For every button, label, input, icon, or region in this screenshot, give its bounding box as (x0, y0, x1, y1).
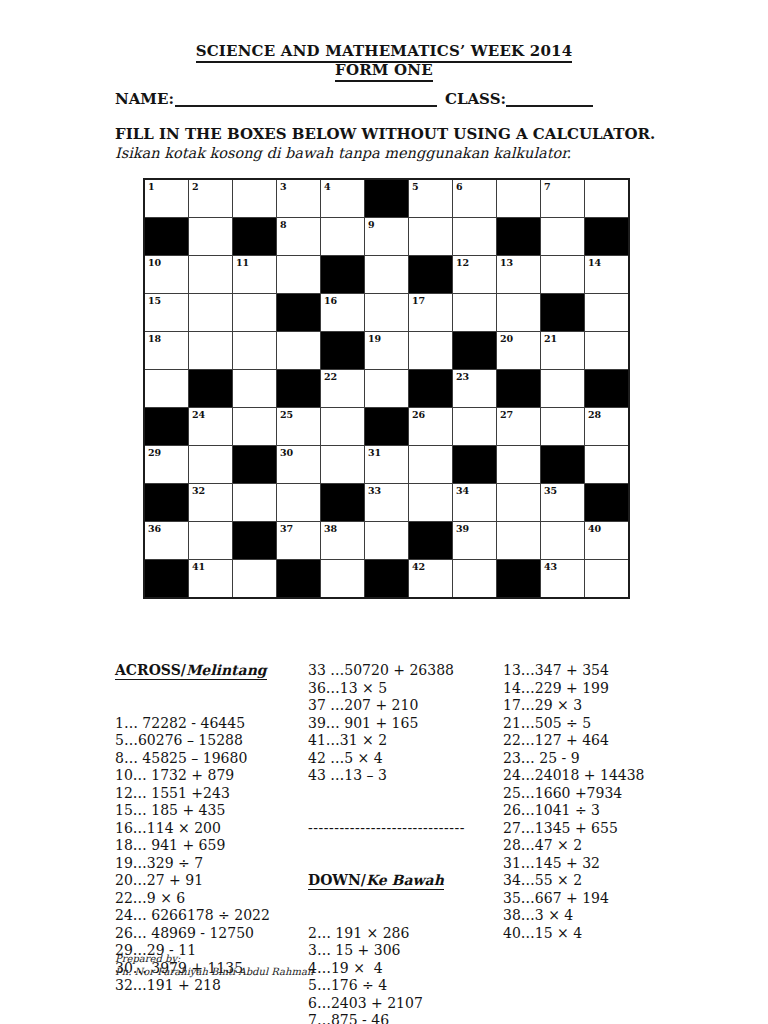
prepared-by-label: Prepared by: (115, 953, 313, 966)
clue-line: 39… 901 + 165 (308, 715, 465, 733)
cell-r5c11[interactable] (585, 332, 628, 369)
cell-number: 4 (324, 181, 331, 192)
cell-r7c9[interactable]: 27 (497, 408, 540, 445)
cell-r10c7 (409, 522, 452, 559)
down-clue-list-1: 2… 191 × 2863… 15 + 3064…19 × 45…176 ÷ 4… (308, 925, 465, 1024)
cell-r11c8[interactable] (453, 560, 496, 597)
cell-r6c7 (409, 370, 452, 407)
clue-line: 16…114 × 200 (115, 820, 270, 838)
clue-line: 26… 48969 - 12750 (115, 925, 270, 943)
cell-r7c11[interactable]: 28 (585, 408, 628, 445)
clue-line: 28…47 × 2 (503, 837, 645, 855)
cell-r8c2[interactable] (189, 446, 232, 483)
cell-number: 39 (456, 523, 469, 534)
cell-r11c5[interactable] (321, 560, 364, 597)
down-clue-list-2: 13…347 + 35414…229 + 19917…29 × 321…505 … (503, 662, 645, 942)
clue-line: 5…176 ÷ 4 (308, 977, 465, 995)
form-subtitle: FORM ONE (0, 61, 768, 79)
cell-number: 6 (456, 181, 463, 192)
cell-r8c4[interactable]: 30 (277, 446, 320, 483)
cell-r9c3[interactable] (233, 484, 276, 521)
clue-line: 14…229 + 199 (503, 680, 645, 698)
clue-line: 5…60276 – 15288 (115, 732, 270, 750)
cell-r4c6[interactable] (365, 294, 408, 331)
clue-line: 15… 185 + 435 (115, 802, 270, 820)
cell-r3c2[interactable] (189, 256, 232, 293)
instruction-malay: Isikan kotak kosong di bawah tanpa mengg… (115, 145, 571, 161)
cell-number: 30 (280, 447, 293, 458)
cell-r11c10[interactable]: 43 (541, 560, 584, 597)
cell-number: 17 (412, 295, 425, 306)
cell-r11c11[interactable] (585, 560, 628, 597)
clue-line: 19…329 ÷ 7 (115, 855, 270, 873)
cell-r4c9[interactable] (497, 294, 540, 331)
cell-r7c2[interactable]: 24 (189, 408, 232, 445)
cell-r4c5[interactable]: 16 (321, 294, 364, 331)
cell-r1c1[interactable]: 1 (145, 180, 188, 217)
cell-r1c2[interactable]: 2 (189, 180, 232, 217)
clue-line: 31…145 + 32 (503, 855, 645, 873)
cell-r1c7[interactable]: 5 (409, 180, 452, 217)
cell-r5c4[interactable] (277, 332, 320, 369)
crossword-grid: 1234567891011121314151617181920212223242… (143, 178, 630, 599)
cell-number: 14 (588, 257, 601, 268)
cell-r10c5[interactable]: 38 (321, 522, 364, 559)
across-heading: ACROSS/Melintang (115, 662, 270, 680)
cell-number: 7 (544, 181, 551, 192)
instruction-english: FILL IN THE BOXES BELOW WITHOUT USING A … (115, 125, 655, 143)
cell-r2c10[interactable] (541, 218, 584, 255)
cell-r3c7 (409, 256, 452, 293)
page-title: SCIENCE AND MATHEMATICS’ WEEK 2014 (0, 42, 768, 60)
cell-r6c4 (277, 370, 320, 407)
cell-number: 43 (544, 561, 557, 572)
cell-r10c1[interactable]: 36 (145, 522, 188, 559)
cell-r9c5 (321, 484, 364, 521)
cell-r3c4[interactable] (277, 256, 320, 293)
cell-number: 1 (148, 181, 155, 192)
clues-separator: ------------------------------ (308, 820, 465, 838)
cell-r6c2 (189, 370, 232, 407)
clue-line: 24… 6266178 ÷ 2022 (115, 907, 270, 925)
cell-r6c11 (585, 370, 628, 407)
cell-number: 3 (280, 181, 287, 192)
cell-number: 19 (368, 333, 381, 344)
clue-line: 38…3 × 4 (503, 907, 645, 925)
clue-line: 27…1345 + 655 (503, 820, 645, 838)
clue-line: 41…31 × 2 (308, 732, 465, 750)
cell-number: 35 (544, 485, 557, 496)
cell-r5c3[interactable] (233, 332, 276, 369)
cell-number: 22 (324, 371, 337, 382)
cell-r5c6[interactable]: 19 (365, 332, 408, 369)
name-input-line[interactable] (175, 89, 437, 107)
cell-number: 25 (280, 409, 293, 420)
cell-r3c5 (321, 256, 364, 293)
worksheet-page: SCIENCE AND MATHEMATICS’ WEEK 2014 FORM … (0, 0, 768, 1024)
cell-r9c4[interactable] (277, 484, 320, 521)
cell-r1c6 (365, 180, 408, 217)
clue-line: 22…9 × 6 (115, 890, 270, 908)
cell-number: 31 (368, 447, 381, 458)
clue-line: 17…29 × 3 (503, 697, 645, 715)
cell-r10c4[interactable]: 37 (277, 522, 320, 559)
clue-line: 24…24018 + 14438 (503, 767, 645, 785)
cell-r9c9[interactable] (497, 484, 540, 521)
footer: Prepared by: Pn. Nor Farahiyah Binti Abd… (115, 953, 313, 978)
cell-r4c3[interactable] (233, 294, 276, 331)
cell-number: 27 (500, 409, 513, 420)
cell-number: 41 (192, 561, 205, 572)
cell-r9c1 (145, 484, 188, 521)
cell-r6c3[interactable] (233, 370, 276, 407)
cell-r5c9[interactable]: 20 (497, 332, 540, 369)
clue-line: 8… 45825 – 19680 (115, 750, 270, 768)
cell-r3c6[interactable] (365, 256, 408, 293)
cell-r3c9[interactable]: 13 (497, 256, 540, 293)
clue-line: 22…127 + 464 (503, 732, 645, 750)
clues-column-3: 13…347 + 35414…229 + 19917…29 × 321…505 … (503, 627, 645, 977)
cell-r6c9 (497, 370, 540, 407)
cell-number: 20 (500, 333, 513, 344)
cell-r4c7[interactable]: 17 (409, 294, 452, 331)
clue-line: 7…875 - 46 (308, 1012, 465, 1024)
cell-r2c11 (585, 218, 628, 255)
cell-number: 8 (280, 219, 287, 230)
cell-r1c8[interactable]: 6 (453, 180, 496, 217)
cell-r5c2[interactable] (189, 332, 232, 369)
class-label: CLASS: (445, 90, 506, 108)
clue-line: 26…1041 ÷ 3 (503, 802, 645, 820)
cell-r9c6[interactable]: 33 (365, 484, 408, 521)
cell-r2c2[interactable] (189, 218, 232, 255)
clue-line: 23… 25 - 9 (503, 750, 645, 768)
cell-number: 16 (324, 295, 337, 306)
cell-number: 26 (412, 409, 425, 420)
cell-r11c4 (277, 560, 320, 597)
cell-r1c5[interactable]: 4 (321, 180, 364, 217)
clue-line: 21…505 ÷ 5 (503, 715, 645, 733)
cell-r4c4 (277, 294, 320, 331)
clue-line: 1… 72282 - 46445 (115, 715, 270, 733)
cell-number: 28 (588, 409, 601, 420)
cell-number: 5 (412, 181, 419, 192)
clue-line: 32…191 + 218 (115, 977, 270, 995)
clue-line: 6…2403 + 2107 (308, 995, 465, 1013)
cell-number: 40 (588, 523, 601, 534)
clue-line: 37 …207 + 210 (308, 697, 465, 715)
cell-r8c9[interactable] (497, 446, 540, 483)
cell-r3c1[interactable]: 10 (145, 256, 188, 293)
cell-r1c10[interactable]: 7 (541, 180, 584, 217)
name-class-row: NAME: CLASS: (115, 88, 593, 108)
cell-r5c1[interactable]: 18 (145, 332, 188, 369)
cell-r6c10[interactable] (541, 370, 584, 407)
cell-r5c10[interactable]: 21 (541, 332, 584, 369)
cell-number: 33 (368, 485, 381, 496)
cell-number: 12 (456, 257, 469, 268)
cell-r8c8 (453, 446, 496, 483)
cell-r1c11[interactable] (585, 180, 628, 217)
cell-number: 23 (456, 371, 469, 382)
cell-r8c1[interactable]: 29 (145, 446, 188, 483)
cell-number: 38 (324, 523, 337, 534)
cell-r1c9[interactable] (497, 180, 540, 217)
cell-r7c7[interactable]: 26 (409, 408, 452, 445)
cell-r11c1 (145, 560, 188, 597)
cell-r7c8[interactable] (453, 408, 496, 445)
cell-r9c10[interactable]: 35 (541, 484, 584, 521)
cell-r8c3 (233, 446, 276, 483)
clue-line: 34…55 × 2 (503, 872, 645, 890)
cell-number: 13 (500, 257, 513, 268)
cell-number: 18 (148, 333, 161, 344)
cell-r4c1[interactable]: 15 (145, 294, 188, 331)
clue-line: 18… 941 + 659 (115, 837, 270, 855)
clue-line: 20…27 + 91 (115, 872, 270, 890)
cell-r11c3[interactable] (233, 560, 276, 597)
cell-r7c3[interactable] (233, 408, 276, 445)
cell-number: 34 (456, 485, 469, 496)
cell-r11c9 (497, 560, 540, 597)
cell-r10c3 (233, 522, 276, 559)
cell-r7c5[interactable] (321, 408, 364, 445)
cell-number: 21 (544, 333, 557, 344)
cell-number: 9 (368, 219, 375, 230)
clue-line: 3… 15 + 306 (308, 942, 465, 960)
cell-r10c11[interactable]: 40 (585, 522, 628, 559)
cell-r9c11 (585, 484, 628, 521)
cell-r2c4[interactable]: 8 (277, 218, 320, 255)
cell-r4c11[interactable] (585, 294, 628, 331)
clue-line: 40…15 × 4 (503, 925, 645, 943)
cell-r8c7[interactable] (409, 446, 452, 483)
cell-number: 15 (148, 295, 161, 306)
cell-r3c11[interactable]: 14 (585, 256, 628, 293)
cell-r2c8[interactable] (453, 218, 496, 255)
cell-r3c8[interactable]: 12 (453, 256, 496, 293)
clue-line: 4…19 × 4 (308, 960, 465, 978)
name-label: NAME: (115, 90, 174, 108)
cell-number: 32 (192, 485, 205, 496)
cell-r2c7[interactable] (409, 218, 452, 255)
cell-r10c2[interactable] (189, 522, 232, 559)
cell-r7c6 (365, 408, 408, 445)
cell-r4c10 (541, 294, 584, 331)
cell-r4c8[interactable] (453, 294, 496, 331)
cell-r9c2[interactable]: 32 (189, 484, 232, 521)
cell-r7c10[interactable] (541, 408, 584, 445)
cell-number: 36 (148, 523, 161, 534)
cell-r7c1 (145, 408, 188, 445)
clue-line: 33 …50720 + 26388 (308, 662, 465, 680)
cell-r11c6 (365, 560, 408, 597)
cell-r2c9 (497, 218, 540, 255)
cell-r8c5[interactable] (321, 446, 364, 483)
cell-r8c10 (541, 446, 584, 483)
clue-line: 13…347 + 354 (503, 662, 645, 680)
cell-r2c6[interactable]: 9 (365, 218, 408, 255)
cell-number: 42 (412, 561, 425, 572)
clue-line: 12… 1551 +243 (115, 785, 270, 803)
cell-r2c1 (145, 218, 188, 255)
cell-r5c8 (453, 332, 496, 369)
clue-line: 35…667 + 194 (503, 890, 645, 908)
cell-r9c8[interactable]: 34 (453, 484, 496, 521)
clue-line: 25…1660 +7934 (503, 785, 645, 803)
cell-r10c10[interactable] (541, 522, 584, 559)
clue-line: 43 …13 – 3 (308, 767, 465, 785)
cell-r2c3 (233, 218, 276, 255)
cell-number: 2 (192, 181, 199, 192)
author-name: Pn. Nor Farahiyah Binti Abdul Rahman (115, 966, 313, 979)
cell-r7c4[interactable]: 25 (277, 408, 320, 445)
cell-r5c5 (321, 332, 364, 369)
cell-number: 10 (148, 257, 161, 268)
cell-r6c5[interactable]: 22 (321, 370, 364, 407)
across-clue-list-2: 33 …50720 + 2638836…13 × 537 …207 + 2103… (308, 662, 465, 785)
cell-r6c6[interactable] (365, 370, 408, 407)
cell-r3c10[interactable] (541, 256, 584, 293)
cell-r2c5[interactable] (321, 218, 364, 255)
cell-r4c2[interactable] (189, 294, 232, 331)
cell-number: 11 (236, 257, 249, 268)
cell-r1c3[interactable] (233, 180, 276, 217)
cell-number: 37 (280, 523, 293, 534)
cell-r9c7[interactable] (409, 484, 452, 521)
clue-line: 36…13 × 5 (308, 680, 465, 698)
cell-r10c8[interactable]: 39 (453, 522, 496, 559)
cell-r5c7[interactable] (409, 332, 452, 369)
cell-r3c3[interactable]: 11 (233, 256, 276, 293)
cell-r10c6[interactable] (365, 522, 408, 559)
clues-column-2: 33 …50720 + 2638836…13 × 537 …207 + 2103… (308, 627, 465, 1024)
cell-r1c4[interactable]: 3 (277, 180, 320, 217)
cell-number: 24 (192, 409, 205, 420)
cell-number: 29 (148, 447, 161, 458)
cell-r8c6[interactable]: 31 (365, 446, 408, 483)
down-heading: DOWN/Ke Bawah (308, 872, 465, 890)
cell-r6c1[interactable] (145, 370, 188, 407)
clue-line: 10… 1732 + 879 (115, 767, 270, 785)
cell-r8c11[interactable] (585, 446, 628, 483)
class-input-line[interactable] (506, 89, 593, 107)
cell-r11c2[interactable]: 41 (189, 560, 232, 597)
cell-r10c9[interactable] (497, 522, 540, 559)
cell-r6c8[interactable]: 23 (453, 370, 496, 407)
clue-line: 42 …5 × 4 (308, 750, 465, 768)
clue-line: 2… 191 × 286 (308, 925, 465, 943)
cell-r11c7[interactable]: 42 (409, 560, 452, 597)
